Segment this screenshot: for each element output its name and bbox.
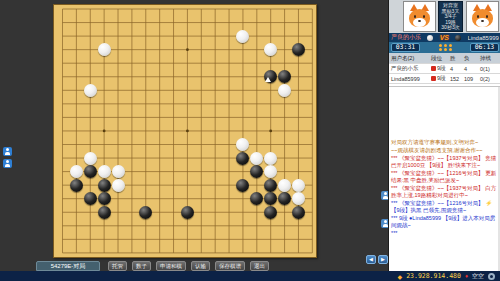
- chat-pane: 对局双方请遵守赛事规则,文明对弈~~~观战棋友请勿剧透支招,谢谢合作~~*** …: [389, 86, 500, 271]
- black-stone: [84, 165, 97, 178]
- stats-player-row[interactable]: 严良的小乐9段440(1): [389, 64, 500, 74]
- stats-cell: 负: [462, 55, 478, 62]
- chat-message: *** 《聚宝盆竞猜》~~【1216号对局】 ⚡【9段】执黑 已领先,围观竞猜~: [391, 200, 498, 214]
- prev-move-button[interactable]: ◀: [366, 255, 376, 264]
- black-stone: [181, 206, 194, 219]
- avatar-row: 对弈室黑贴3又3/4子19路30秒3次日本规则: [389, 0, 500, 33]
- white-clock: 03:31: [391, 43, 420, 52]
- stats-player-row[interactable]: Linda859999段1521090(2): [389, 74, 500, 84]
- fox-go-game-window: ◀ ▶ 对弈室黑贴3又3/4子19路30秒3次日本规则: [0, 0, 500, 281]
- white-stone: [84, 84, 97, 97]
- left-dock-chat-icon[interactable]: [3, 159, 12, 168]
- white-stone: [264, 152, 277, 165]
- gift-label[interactable]: 空空: [472, 272, 484, 281]
- chat-message: 对局双方请遵守赛事规则,文明对弈~: [391, 139, 498, 146]
- stats-cell: Linda85999: [389, 76, 429, 82]
- vs-logo: VS: [440, 34, 449, 41]
- stats-cell: 4: [448, 66, 462, 72]
- bean-balance: 23.928.914.480: [406, 272, 461, 280]
- toolbar-button-数子[interactable]: 数子: [132, 261, 151, 271]
- game-toolbar: 托管数子申请和棋认输保存棋谱退出: [108, 261, 269, 271]
- fox-mascot-icon: [471, 6, 494, 29]
- black-stone: [292, 206, 305, 219]
- black-stone: [139, 206, 152, 219]
- black-stone: [98, 179, 111, 192]
- white-stone: [112, 179, 125, 192]
- toolbar-button-退出[interactable]: 退出: [250, 261, 269, 271]
- white-stone: [250, 152, 263, 165]
- stats-cell: 段位: [429, 55, 448, 62]
- left-dock-user-icon[interactable]: [3, 147, 12, 156]
- black-stone: [292, 43, 305, 56]
- stats-cell: 9段: [429, 65, 448, 72]
- white-stone: [70, 165, 83, 178]
- toolbar-button-托管[interactable]: 托管: [108, 261, 127, 271]
- black-stone: [70, 179, 83, 192]
- black-stone-icon: [455, 35, 461, 41]
- player-bar: 严良的小乐 VS Linda85999: [389, 33, 500, 42]
- stats-cell: 掉线: [478, 55, 500, 62]
- toolbar-button-申请和棋[interactable]: 申请和棋: [156, 261, 186, 271]
- black-stone: [98, 206, 111, 219]
- black-stone: [264, 179, 277, 192]
- black-stone: [98, 192, 111, 205]
- black-clock: 06:13: [470, 43, 499, 52]
- chat-message: *** 《聚宝盆竞猜》~~【1937号对局】 竞猜已开启1000豆 【9段】 胜…: [391, 155, 498, 169]
- chat-messages: 对局双方请遵守赛事规则,文明对弈~~~观战棋友请勿剧透支招,谢谢合作~~*** …: [391, 139, 498, 238]
- byoyomi-indicator: [439, 44, 452, 51]
- next-move-button[interactable]: ▶: [378, 255, 388, 264]
- white-stone: [236, 30, 249, 43]
- stats-header-row: 用户名(2)段位胜负掉线: [389, 53, 500, 64]
- white-stone: [98, 43, 111, 56]
- white-player-name[interactable]: 严良的小乐: [391, 33, 421, 42]
- stats-cell: 胜: [448, 55, 462, 62]
- stats-cell: 152: [448, 76, 462, 82]
- black-stone: [264, 206, 277, 219]
- stats-cell: 109: [462, 76, 478, 82]
- timer-row: 03:31 06:13: [389, 42, 500, 53]
- gift-icon[interactable]: ♦: [465, 273, 468, 279]
- black-player-name[interactable]: Linda85999: [468, 35, 499, 41]
- white-stone-icon: [427, 35, 433, 41]
- white-stone: [278, 84, 291, 97]
- white-stone: [278, 179, 291, 192]
- chat-message: *** 《聚宝盆竞猜》~~【1216号对局】 更新结果:黑 中盘胜,奖励已派发~: [391, 170, 498, 184]
- game-rule-highlight: 日本规则: [439, 31, 462, 32]
- coin-icon: ◆: [398, 273, 403, 280]
- chat-message: ***: [391, 230, 498, 237]
- white-player-avatar[interactable]: [403, 1, 436, 32]
- white-stone: [98, 165, 111, 178]
- toolbar-button-保存棋谱[interactable]: 保存棋谱: [215, 261, 245, 271]
- black-player-avatar[interactable]: [466, 1, 499, 32]
- stats-cell: 9段: [429, 75, 448, 82]
- chat-message: *** 9段 ●Linda85999 【9段】进入本对局房间观战~: [391, 215, 498, 229]
- go-board[interactable]: [53, 4, 317, 258]
- game-info-box: 对弈室黑贴3又3/4子19路30秒3次日本规则: [438, 1, 463, 32]
- game-window-tab[interactable]: 54279E-对局: [36, 261, 100, 271]
- stats-cell: 严良的小乐: [389, 65, 429, 72]
- chat-message: *** 《聚宝盆竞猜》~~【1937号对局】 白方胜率上涨,19路精彩对局进行中…: [391, 185, 498, 199]
- settings-gear-icon[interactable]: [488, 273, 495, 280]
- last-move-marker: [265, 77, 271, 82]
- white-stone: [292, 179, 305, 192]
- status-bar: ◆ 23.928.914.480 ♦ 空空: [0, 271, 500, 281]
- player-stats-table: 用户名(2)段位胜负掉线严良的小乐9段440(1)Linda859999段152…: [389, 53, 500, 86]
- stats-cell: 0(1): [478, 66, 500, 72]
- rank-badge-icon: [431, 76, 436, 81]
- white-stone: [84, 152, 97, 165]
- stats-cell: 0(2): [478, 76, 500, 82]
- black-stone: [84, 192, 97, 205]
- white-stone: [112, 165, 125, 178]
- toolbar-button-认输[interactable]: 认输: [191, 261, 210, 271]
- stats-cell: 用户名(2): [389, 55, 429, 62]
- game-side-panel: 对弈室黑贴3又3/4子19路30秒3次日本规则 严良的小乐 VS Linda85…: [388, 0, 500, 271]
- rank-badge-icon: [431, 66, 436, 71]
- stats-cell: 4: [462, 66, 478, 72]
- board-grid: [54, 5, 318, 259]
- fox-mascot-icon: [408, 6, 431, 29]
- chat-message: ~~观战棋友请勿剧透支招,谢谢合作~~: [391, 147, 498, 154]
- black-stone: [236, 152, 249, 165]
